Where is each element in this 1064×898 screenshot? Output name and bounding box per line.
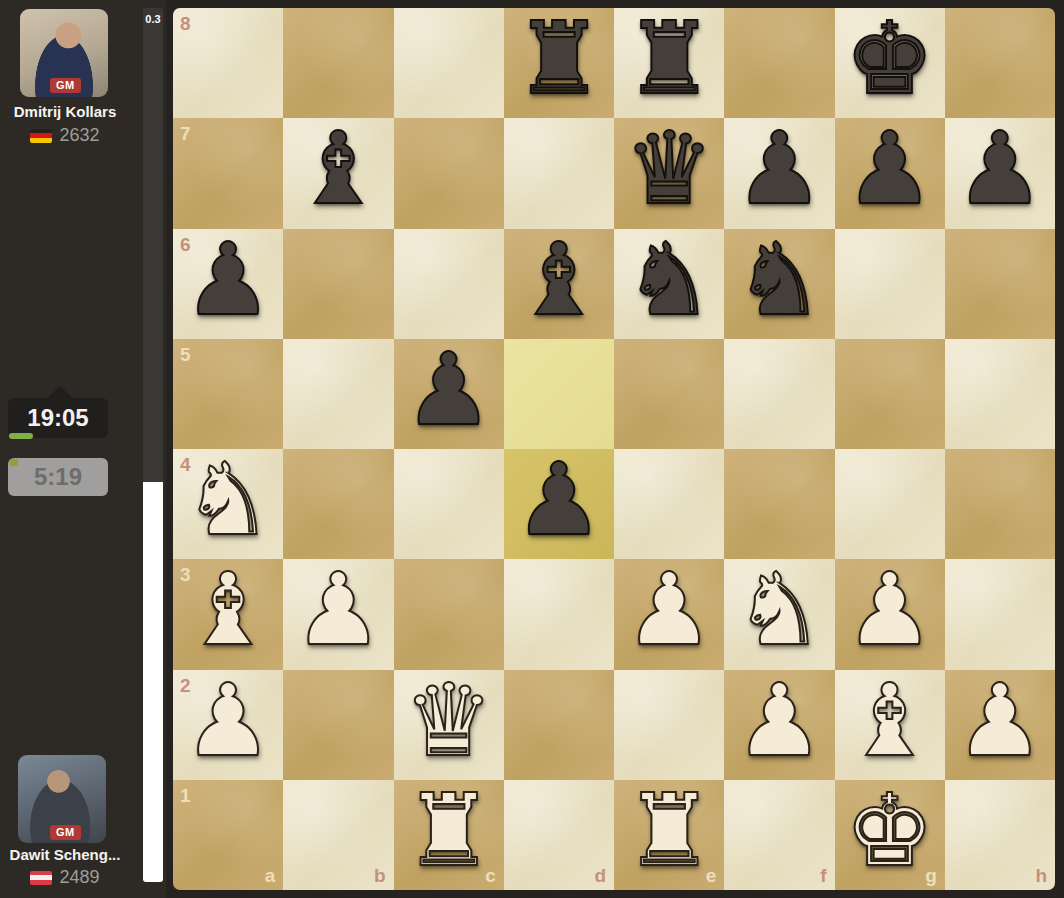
- piece-black-bishop[interactable]: ♝: [514, 230, 604, 330]
- piece-black-queen[interactable]: ♛: [624, 119, 714, 219]
- square-c1[interactable]: c♜: [394, 780, 504, 890]
- square-c3[interactable]: [394, 559, 504, 669]
- square-d8[interactable]: ♜: [504, 8, 614, 118]
- square-b8[interactable]: [283, 8, 393, 118]
- square-b1[interactable]: b: [283, 780, 393, 890]
- square-a6[interactable]: 6♟: [173, 229, 283, 339]
- square-f4[interactable]: [724, 449, 834, 559]
- player-rating-top: 2632: [59, 125, 99, 146]
- piece-black-pawn[interactable]: ♟: [514, 450, 604, 550]
- square-e4[interactable]: [614, 449, 724, 559]
- square-h1[interactable]: h: [945, 780, 1055, 890]
- clock-top-active: 19:05: [8, 398, 108, 438]
- square-h3[interactable]: [945, 559, 1055, 669]
- square-g8[interactable]: ♚: [835, 8, 945, 118]
- germany-flag-icon: [30, 129, 52, 143]
- piece-black-king[interactable]: ♚: [845, 9, 935, 109]
- square-h4[interactable]: [945, 449, 1055, 559]
- piece-black-pawn[interactable]: ♟: [183, 230, 273, 330]
- player-name-top: Dmitrij Kollars: [0, 103, 130, 120]
- player-rating-bottom: 2489: [59, 867, 99, 888]
- file-label-h: h: [1035, 866, 1047, 885]
- square-e2[interactable]: [614, 670, 724, 780]
- square-f2[interactable]: ♟: [724, 670, 834, 780]
- square-b2[interactable]: [283, 670, 393, 780]
- square-h5[interactable]: [945, 339, 1055, 449]
- square-c8[interactable]: [394, 8, 504, 118]
- square-a4[interactable]: 4♞: [173, 449, 283, 559]
- file-label-b: b: [374, 866, 386, 885]
- square-a5[interactable]: 5: [173, 339, 283, 449]
- piece-black-rook[interactable]: ♜: [514, 9, 604, 109]
- title-badge-top: GM: [50, 78, 81, 93]
- square-b5[interactable]: [283, 339, 393, 449]
- piece-black-knight[interactable]: ♞: [735, 230, 825, 330]
- square-e5[interactable]: [614, 339, 724, 449]
- piece-white-knight[interactable]: ♞: [183, 450, 273, 550]
- file-label-f: f: [820, 866, 826, 885]
- square-c7[interactable]: [394, 118, 504, 228]
- piece-white-bishop[interactable]: ♝: [183, 560, 273, 660]
- clock-bottom-inactive: 5:19: [8, 458, 108, 496]
- square-d5[interactable]: [504, 339, 614, 449]
- piece-black-pawn[interactable]: ♟: [404, 340, 494, 440]
- square-a8[interactable]: 8: [173, 8, 283, 118]
- piece-black-bishop[interactable]: ♝: [294, 119, 384, 219]
- piece-black-knight[interactable]: ♞: [624, 230, 714, 330]
- clock-increment-dot: [10, 459, 18, 466]
- square-g1[interactable]: g♚: [835, 780, 945, 890]
- square-g2[interactable]: ♝: [835, 670, 945, 780]
- square-e1[interactable]: e♜: [614, 780, 724, 890]
- rank-label-5: 5: [180, 345, 191, 364]
- square-c4[interactable]: [394, 449, 504, 559]
- title-badge-bottom: GM: [50, 825, 81, 840]
- file-label-a: a: [265, 866, 276, 885]
- piece-white-pawn[interactable]: ♟: [845, 560, 935, 660]
- square-g6[interactable]: [835, 229, 945, 339]
- eval-score: 0.3: [143, 13, 163, 25]
- square-a1[interactable]: 1a: [173, 780, 283, 890]
- square-b7[interactable]: ♝: [283, 118, 393, 228]
- square-a2[interactable]: 2♟: [173, 670, 283, 780]
- piece-white-rook[interactable]: ♜: [624, 781, 714, 881]
- piece-white-rook[interactable]: ♜: [404, 781, 494, 881]
- player-name-bottom: Dawit Scheng...: [0, 846, 130, 863]
- square-e6[interactable]: ♞: [614, 229, 724, 339]
- square-b6[interactable]: [283, 229, 393, 339]
- eval-bar-white-fill: [143, 482, 163, 882]
- square-f8[interactable]: [724, 8, 834, 118]
- square-h8[interactable]: [945, 8, 1055, 118]
- square-e8[interactable]: ♜: [614, 8, 724, 118]
- square-g7[interactable]: ♟: [835, 118, 945, 228]
- piece-black-pawn[interactable]: ♟: [735, 119, 825, 219]
- square-f7[interactable]: ♟: [724, 118, 834, 228]
- square-h7[interactable]: ♟: [945, 118, 1055, 228]
- square-c5[interactable]: ♟: [394, 339, 504, 449]
- rank-label-7: 7: [180, 124, 191, 143]
- square-a7[interactable]: 7: [173, 118, 283, 228]
- square-g4[interactable]: [835, 449, 945, 559]
- piece-black-rook[interactable]: ♜: [624, 9, 714, 109]
- square-c2[interactable]: ♛: [394, 670, 504, 780]
- players-sidebar: GM Dmitrij Kollars 2632 19:05 5:19 GM Da…: [0, 0, 140, 898]
- time-progress-bar: [9, 433, 33, 439]
- square-e3[interactable]: ♟: [614, 559, 724, 669]
- piece-white-king[interactable]: ♚: [845, 781, 935, 881]
- square-d4[interactable]: ♟: [504, 449, 614, 559]
- square-h6[interactable]: [945, 229, 1055, 339]
- square-g5[interactable]: [835, 339, 945, 449]
- square-b4[interactable]: [283, 449, 393, 559]
- piece-white-bishop[interactable]: ♝: [845, 671, 935, 771]
- player-photo-top: GM: [20, 9, 108, 97]
- rank-label-1: 1: [180, 786, 191, 805]
- piece-black-pawn[interactable]: ♟: [955, 119, 1045, 219]
- square-d2[interactable]: [504, 670, 614, 780]
- square-c6[interactable]: [394, 229, 504, 339]
- square-f3[interactable]: ♞: [724, 559, 834, 669]
- piece-white-pawn[interactable]: ♟: [735, 671, 825, 771]
- square-d3[interactable]: [504, 559, 614, 669]
- austria-flag-icon: [30, 871, 52, 885]
- square-d1[interactable]: d: [504, 780, 614, 890]
- piece-white-knight[interactable]: ♞: [735, 560, 825, 660]
- piece-white-pawn[interactable]: ♟: [624, 560, 714, 660]
- square-a3[interactable]: 3♝: [173, 559, 283, 669]
- player-photo-bottom: GM: [18, 755, 106, 843]
- piece-white-pawn[interactable]: ♟: [294, 560, 384, 660]
- eval-bar: 0.3: [143, 8, 163, 882]
- rank-label-8: 8: [180, 14, 191, 33]
- square-f5[interactable]: [724, 339, 834, 449]
- square-d6[interactable]: ♝: [504, 229, 614, 339]
- piece-white-pawn[interactable]: ♟: [183, 671, 273, 771]
- chess-board[interactable]: 8♜♜♚7♝♛♟♟♟6♟♝♞♞5♟4♞♟3♝♟♟♞♟2♟♛♟♝♟1abc♜de♜…: [173, 8, 1055, 890]
- square-g3[interactable]: ♟: [835, 559, 945, 669]
- piece-black-pawn[interactable]: ♟: [845, 119, 935, 219]
- file-label-d: d: [594, 866, 606, 885]
- square-b3[interactable]: ♟: [283, 559, 393, 669]
- square-f1[interactable]: f: [724, 780, 834, 890]
- square-f6[interactable]: ♞: [724, 229, 834, 339]
- piece-white-pawn[interactable]: ♟: [955, 671, 1045, 771]
- square-h2[interactable]: ♟: [945, 670, 1055, 780]
- square-e7[interactable]: ♛: [614, 118, 724, 228]
- square-d7[interactable]: [504, 118, 614, 228]
- piece-white-queen[interactable]: ♛: [404, 671, 494, 771]
